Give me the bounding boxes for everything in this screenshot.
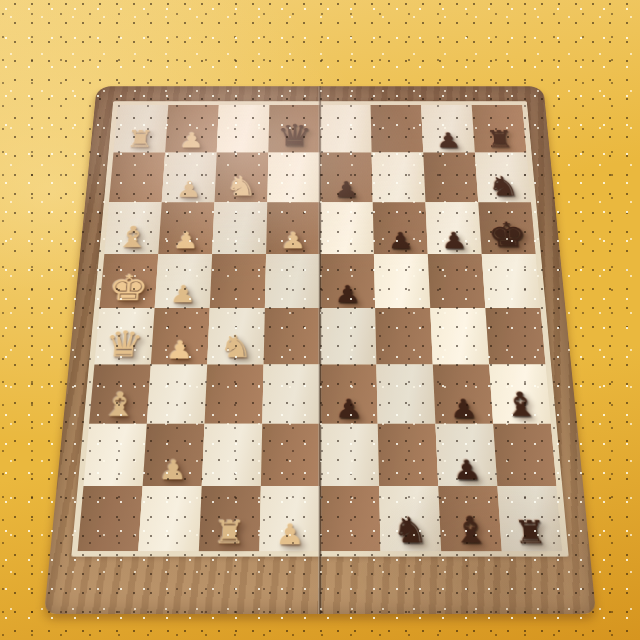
square-b8[interactable] (493, 424, 556, 486)
square-f4[interactable]: ♟ (266, 202, 320, 254)
black-pawn-h7[interactable]: ♟ (435, 130, 461, 151)
square-b5[interactable] (320, 424, 379, 486)
square-f8[interactable]: ♚ (478, 202, 535, 254)
square-d2[interactable]: ♟ (151, 308, 210, 365)
square-d7[interactable] (430, 308, 489, 365)
square-h8[interactable]: ♜ (472, 105, 527, 153)
board-hinge-seam (318, 86, 322, 614)
square-h5[interactable] (320, 105, 372, 153)
black-bishop-c8[interactable]: ♝ (501, 388, 540, 422)
square-e7[interactable] (428, 254, 486, 308)
square-h7[interactable]: ♟ (421, 105, 475, 153)
square-c4[interactable] (262, 365, 320, 424)
black-pawn-f6[interactable]: ♟ (387, 229, 414, 252)
square-c3[interactable] (205, 365, 264, 424)
white-pawn-g2[interactable]: ♟ (175, 178, 202, 200)
square-a3[interactable]: ♜ (199, 486, 261, 551)
white-queen-d1[interactable]: ♛ (103, 327, 145, 363)
black-knight-a6[interactable]: ♞ (391, 513, 429, 548)
black-pawn-g5[interactable]: ♟ (333, 178, 359, 200)
square-h6[interactable] (371, 105, 424, 153)
white-rook-a3[interactable]: ♜ (213, 516, 247, 548)
square-g2[interactable]: ♟ (162, 153, 217, 203)
white-king-e1[interactable]: ♚ (107, 270, 150, 305)
square-d4[interactable] (264, 308, 320, 365)
square-c5[interactable]: ♟ (320, 365, 378, 424)
square-a4[interactable]: ♟ (259, 486, 320, 551)
square-a2[interactable] (138, 486, 202, 551)
square-a8[interactable]: ♜ (497, 486, 562, 551)
square-e8[interactable] (482, 254, 541, 308)
black-knight-g8[interactable]: ♞ (487, 173, 521, 200)
white-rook-h1[interactable]: ♜ (125, 127, 155, 150)
square-d3[interactable]: ♞ (207, 308, 265, 365)
white-pawn-a4[interactable]: ♟ (275, 520, 305, 549)
square-e5[interactable]: ♟ (320, 254, 375, 308)
square-e3[interactable] (210, 254, 266, 308)
square-c2[interactable] (147, 365, 207, 424)
square-b1[interactable] (84, 424, 147, 486)
square-f2[interactable]: ♟ (158, 202, 214, 254)
square-e2[interactable]: ♟ (155, 254, 213, 308)
square-g3[interactable]: ♞ (215, 153, 269, 203)
chess-board: ♜♟♛♟♜♟♞♟♞♝♟♟♟♟♚♚♟♟♛♟♞♝♟♟♝♟♟♜♟♞♝♜ (44, 86, 596, 614)
black-rook-a8[interactable]: ♜ (513, 516, 549, 548)
square-e4[interactable] (265, 254, 320, 308)
square-b4[interactable] (261, 424, 320, 486)
black-pawn-f7[interactable]: ♟ (440, 229, 468, 252)
square-b7[interactable]: ♟ (435, 424, 497, 486)
white-pawn-d2[interactable]: ♟ (165, 337, 194, 362)
white-bishop-c1[interactable]: ♝ (100, 388, 139, 422)
white-pawn-b2[interactable]: ♟ (158, 456, 188, 483)
square-h3[interactable] (217, 105, 270, 153)
square-g1[interactable] (109, 153, 165, 203)
white-pawn-h2[interactable]: ♟ (178, 130, 204, 151)
square-f3[interactable] (212, 202, 267, 254)
square-b3[interactable] (202, 424, 263, 486)
white-knight-d3[interactable]: ♞ (218, 332, 253, 363)
square-d5[interactable] (320, 308, 376, 365)
square-g4[interactable] (267, 153, 320, 203)
square-c8[interactable]: ♝ (489, 365, 551, 424)
square-h1[interactable]: ♜ (113, 105, 168, 153)
square-d1[interactable]: ♛ (94, 308, 154, 365)
square-a5[interactable] (320, 486, 381, 551)
square-h2[interactable]: ♟ (165, 105, 219, 153)
white-pawn-e2[interactable]: ♟ (169, 282, 197, 306)
white-pawn-f2[interactable]: ♟ (172, 229, 200, 252)
square-g5[interactable]: ♟ (320, 153, 373, 203)
square-h4[interactable]: ♛ (268, 105, 320, 153)
square-f1[interactable]: ♝ (104, 202, 161, 254)
square-g7[interactable] (423, 153, 478, 203)
square-f7[interactable]: ♟ (425, 202, 481, 254)
square-f5[interactable] (320, 202, 374, 254)
black-king-f8[interactable]: ♚ (486, 218, 528, 252)
square-g8[interactable]: ♞ (475, 153, 531, 203)
black-queen-h4[interactable]: ♛ (276, 121, 313, 151)
square-e6[interactable] (374, 254, 430, 308)
black-pawn-c7[interactable]: ♟ (449, 395, 479, 421)
square-a6[interactable]: ♞ (379, 486, 441, 551)
table-background: ♜♟♛♟♜♟♞♟♞♝♟♟♟♟♚♚♟♟♛♟♞♝♟♟♝♟♟♜♟♞♝♜ (0, 0, 640, 640)
square-c7[interactable]: ♟ (433, 365, 493, 424)
square-d6[interactable] (375, 308, 433, 365)
square-f6[interactable]: ♟ (373, 202, 428, 254)
square-e1[interactable]: ♚ (100, 254, 159, 308)
black-rook-h8[interactable]: ♜ (485, 127, 515, 150)
black-bishop-a7[interactable]: ♝ (450, 511, 490, 548)
white-bishop-f1[interactable]: ♝ (114, 222, 150, 251)
square-c6[interactable] (376, 365, 435, 424)
black-pawn-e5[interactable]: ♟ (334, 282, 361, 306)
square-c1[interactable]: ♝ (89, 365, 151, 424)
black-pawn-c5[interactable]: ♟ (335, 395, 364, 421)
square-b2[interactable]: ♟ (143, 424, 205, 486)
white-knight-g3[interactable]: ♞ (225, 173, 258, 200)
black-pawn-b7[interactable]: ♟ (452, 456, 482, 483)
white-pawn-f4[interactable]: ♟ (280, 229, 307, 252)
square-a7[interactable]: ♝ (438, 486, 502, 551)
square-b6[interactable] (378, 424, 439, 486)
square-g6[interactable] (372, 153, 426, 203)
square-a1[interactable] (78, 486, 143, 551)
square-d8[interactable] (485, 308, 545, 365)
